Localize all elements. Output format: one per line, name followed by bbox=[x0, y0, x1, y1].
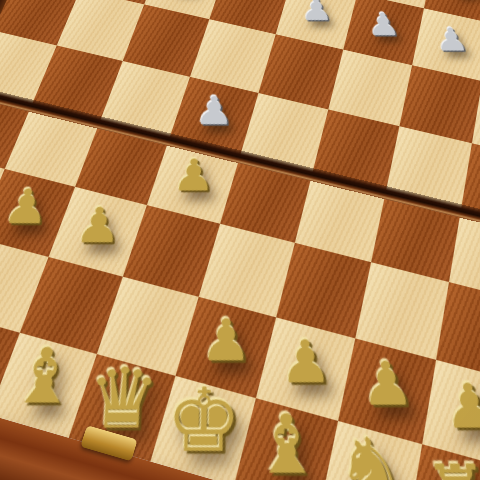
chess-box: ♜♞♝♛♚♝♞♜♟♟♟♟♟♟♟♟♟♟♟♟♟♟♟♟♜♞♝♛♚♝♞♜ bbox=[0, 0, 480, 480]
chess-board: ♜♞♝♛♚♝♞♜♟♟♟♟♟♟♟♟♟♟♟♟♟♟♟♟♜♞♝♛♚♝♞♜ bbox=[0, 0, 480, 480]
photo-scene: ♜♞♝♛♚♝♞♜♟♟♟♟♟♟♟♟♟♟♟♟♟♟♟♟♜♞♝♛♚♝♞♜ bbox=[0, 0, 480, 480]
